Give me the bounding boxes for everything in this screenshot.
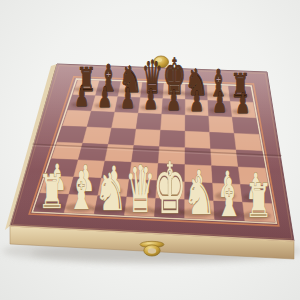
- chess-scene-canvas: ♜♝♞♛♚♞♝♜♟♟♟♟♟♟♟♟♟♟♟♟♟♟♟♟♜♝♞♛♚♞♝♜: [0, 0, 300, 300]
- chess-set-photo: ♜♝♞♛♚♞♝♜♟♟♟♟♟♟♟♟♟♟♟♟♟♟♟♟♜♝♞♛♚♞♝♜: [0, 0, 300, 300]
- black-pawn-c7: ♟: [121, 82, 136, 114]
- black-pawn-e7: ♟: [167, 84, 182, 116]
- white-rook-a1: ♜: [38, 164, 66, 218]
- black-pawn-f7: ♟: [190, 85, 205, 117]
- black-pawn-b7: ♟: [98, 81, 113, 113]
- black-pawn-h7: ♟: [236, 87, 251, 119]
- black-pawn-a7: ♟: [75, 80, 90, 112]
- white-queen-d1: ♛: [125, 151, 155, 226]
- white-knight-f1: ♞: [182, 167, 216, 227]
- black-pawn-d7: ♟: [144, 83, 159, 115]
- white-king-e1: ♚: [153, 146, 186, 229]
- front-clasp-hole: [148, 248, 156, 253]
- black-pawn-g7: ♟: [213, 86, 228, 118]
- white-bishop-g1: ♝: [215, 167, 243, 228]
- white-bishop-b1: ♝: [68, 160, 96, 221]
- white-rook-h1: ♜: [245, 173, 273, 227]
- white-knight-c1: ♞: [94, 162, 128, 222]
